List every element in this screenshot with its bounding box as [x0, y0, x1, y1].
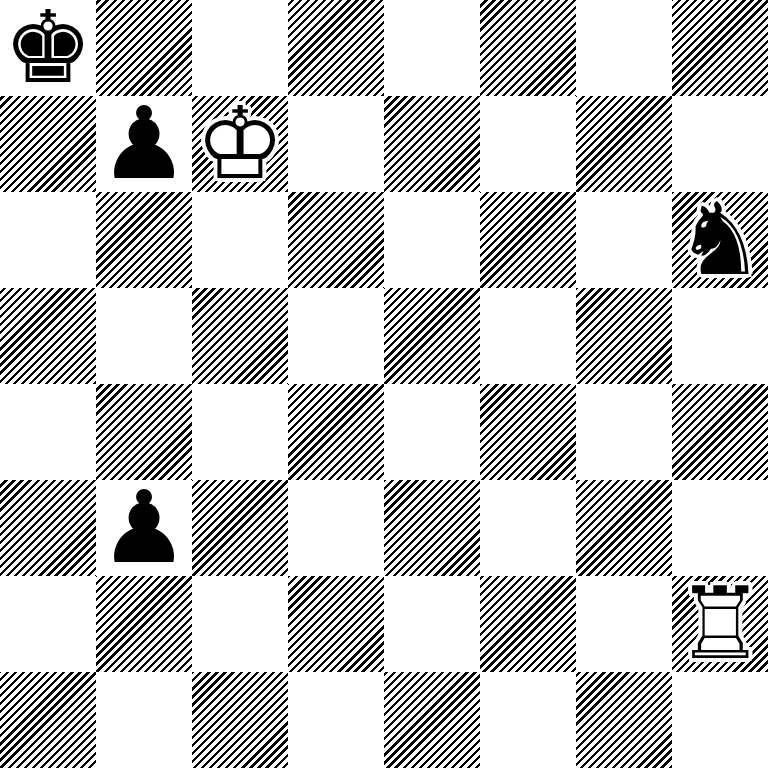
square-b4[interactable] — [96, 384, 192, 480]
black-pawn-piece[interactable]: ♟ — [96, 480, 192, 576]
square-h2[interactable]: ♜♖ — [672, 576, 768, 672]
square-a4[interactable] — [0, 384, 96, 480]
chessboard-container: ♚♟♚♔♞♟♜♖ — [0, 0, 768, 768]
square-g4[interactable] — [576, 384, 672, 480]
square-c7[interactable]: ♚♔ — [192, 96, 288, 192]
square-c3[interactable] — [192, 480, 288, 576]
square-g2[interactable] — [576, 576, 672, 672]
square-a8[interactable]: ♚ — [0, 0, 96, 96]
square-d2[interactable] — [288, 576, 384, 672]
square-b6[interactable] — [96, 192, 192, 288]
square-b2[interactable] — [96, 576, 192, 672]
square-b7[interactable]: ♟ — [96, 96, 192, 192]
square-e5[interactable] — [384, 288, 480, 384]
square-b3[interactable]: ♟ — [96, 480, 192, 576]
square-f2[interactable] — [480, 576, 576, 672]
square-a2[interactable] — [0, 576, 96, 672]
square-f3[interactable] — [480, 480, 576, 576]
square-c6[interactable] — [192, 192, 288, 288]
white-rook-piece[interactable]: ♖ — [672, 576, 768, 672]
square-a1[interactable] — [0, 672, 96, 768]
square-d4[interactable] — [288, 384, 384, 480]
white-king-piece[interactable]: ♔ — [192, 96, 288, 192]
square-g1[interactable] — [576, 672, 672, 768]
square-e1[interactable] — [384, 672, 480, 768]
square-h4[interactable] — [672, 384, 768, 480]
square-e2[interactable] — [384, 576, 480, 672]
black-knight-piece[interactable]: ♞ — [672, 192, 768, 288]
square-f6[interactable] — [480, 192, 576, 288]
square-g5[interactable] — [576, 288, 672, 384]
square-g3[interactable] — [576, 480, 672, 576]
chessboard: ♚♟♚♔♞♟♜♖ — [0, 0, 768, 768]
square-d6[interactable] — [288, 192, 384, 288]
square-a6[interactable] — [0, 192, 96, 288]
square-f7[interactable] — [480, 96, 576, 192]
square-c2[interactable] — [192, 576, 288, 672]
square-h7[interactable] — [672, 96, 768, 192]
square-c4[interactable] — [192, 384, 288, 480]
square-g8[interactable] — [576, 0, 672, 96]
square-c5[interactable] — [192, 288, 288, 384]
square-d8[interactable] — [288, 0, 384, 96]
square-b5[interactable] — [96, 288, 192, 384]
square-c1[interactable] — [192, 672, 288, 768]
square-a7[interactable] — [0, 96, 96, 192]
square-h5[interactable] — [672, 288, 768, 384]
black-king-piece[interactable]: ♚ — [0, 0, 96, 96]
square-h3[interactable] — [672, 480, 768, 576]
square-e3[interactable] — [384, 480, 480, 576]
square-g6[interactable] — [576, 192, 672, 288]
square-h1[interactable] — [672, 672, 768, 768]
square-f8[interactable] — [480, 0, 576, 96]
square-e7[interactable] — [384, 96, 480, 192]
square-b8[interactable] — [96, 0, 192, 96]
square-d1[interactable] — [288, 672, 384, 768]
square-a5[interactable] — [0, 288, 96, 384]
square-e8[interactable] — [384, 0, 480, 96]
square-e6[interactable] — [384, 192, 480, 288]
square-d5[interactable] — [288, 288, 384, 384]
square-f5[interactable] — [480, 288, 576, 384]
square-f4[interactable] — [480, 384, 576, 480]
square-a3[interactable] — [0, 480, 96, 576]
square-f1[interactable] — [480, 672, 576, 768]
square-d3[interactable] — [288, 480, 384, 576]
square-h6[interactable]: ♞ — [672, 192, 768, 288]
black-pawn-piece[interactable]: ♟ — [96, 96, 192, 192]
square-c8[interactable] — [192, 0, 288, 96]
square-h8[interactable] — [672, 0, 768, 96]
square-g7[interactable] — [576, 96, 672, 192]
square-e4[interactable] — [384, 384, 480, 480]
square-d7[interactable] — [288, 96, 384, 192]
square-b1[interactable] — [96, 672, 192, 768]
